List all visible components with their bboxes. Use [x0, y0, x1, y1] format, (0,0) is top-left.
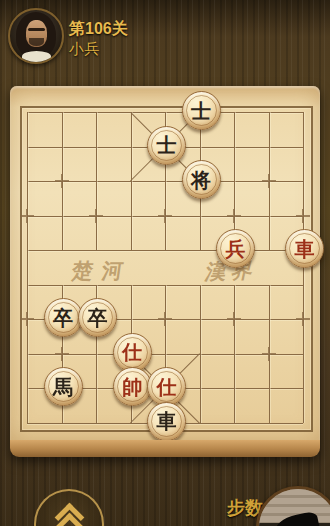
point-marker — [158, 312, 172, 326]
piece-black-1-8[interactable]: 馬 — [44, 367, 83, 406]
point-marker — [227, 209, 241, 223]
piece-black-4-1[interactable]: 士 — [147, 126, 186, 165]
grid-line — [234, 285, 235, 423]
avatar-brow — [28, 28, 45, 31]
piece-black-5-2[interactable]: 将 — [182, 160, 221, 199]
piece-glyph: 卒 — [88, 308, 108, 328]
piece-glyph: 士 — [191, 101, 211, 121]
piece-glyph: 卒 — [53, 308, 73, 328]
piece-black-1-6[interactable]: 卒 — [44, 298, 83, 337]
piece-red-8-4[interactable]: 車 — [285, 229, 324, 268]
avatar-beard — [29, 38, 44, 46]
point-marker — [55, 347, 69, 361]
piece-glyph: 仕 — [122, 342, 142, 362]
point-marker — [227, 312, 241, 326]
corner-photo-button[interactable] — [256, 486, 330, 526]
level-title: 第106关 — [69, 19, 128, 40]
point-marker — [20, 209, 34, 223]
expand-up-button[interactable] — [34, 489, 104, 526]
board-bevel-edge — [10, 440, 320, 457]
point-marker — [296, 312, 310, 326]
piece-glyph: 兵 — [226, 239, 246, 259]
xiangqi-board: 楚河 漢界 士士将兵車卒卒仕馬帥仕車 — [10, 86, 320, 457]
piece-red-6-4[interactable]: 兵 — [216, 229, 255, 268]
piece-glyph: 車 — [157, 411, 177, 431]
piece-black-4-9[interactable]: 車 — [147, 402, 186, 441]
piece-glyph: 帥 — [122, 377, 142, 397]
point-marker — [55, 174, 69, 188]
piece-glyph: 士 — [157, 135, 177, 155]
piece-glyph: 車 — [295, 239, 315, 259]
player-name: 小兵 — [69, 40, 99, 59]
point-marker — [262, 174, 276, 188]
point-marker — [89, 209, 103, 223]
board-surface[interactable]: 楚河 漢界 士士将兵車卒卒仕馬帥仕車 — [10, 86, 320, 440]
grid-line — [96, 112, 97, 250]
game-screen: 第106关 小兵 楚河 漢界 士士将兵車卒卒仕馬帥仕車 步数:1 — [0, 0, 330, 526]
piece-glyph: 仕 — [157, 377, 177, 397]
point-marker — [20, 312, 34, 326]
river-text-left: 楚河 — [70, 257, 134, 285]
grid-line — [27, 250, 303, 251]
piece-black-5-0[interactable]: 士 — [182, 91, 221, 130]
player-avatar[interactable] — [8, 8, 64, 64]
point-marker — [262, 347, 276, 361]
piece-glyph: 将 — [191, 170, 211, 190]
grid-line — [27, 112, 28, 423]
point-marker — [158, 209, 172, 223]
piece-glyph: 馬 — [53, 377, 73, 397]
piece-red-3-7[interactable]: 仕 — [113, 333, 152, 372]
point-marker — [296, 209, 310, 223]
piece-red-3-8[interactable]: 帥 — [113, 367, 152, 406]
avatar-collar — [22, 51, 51, 62]
